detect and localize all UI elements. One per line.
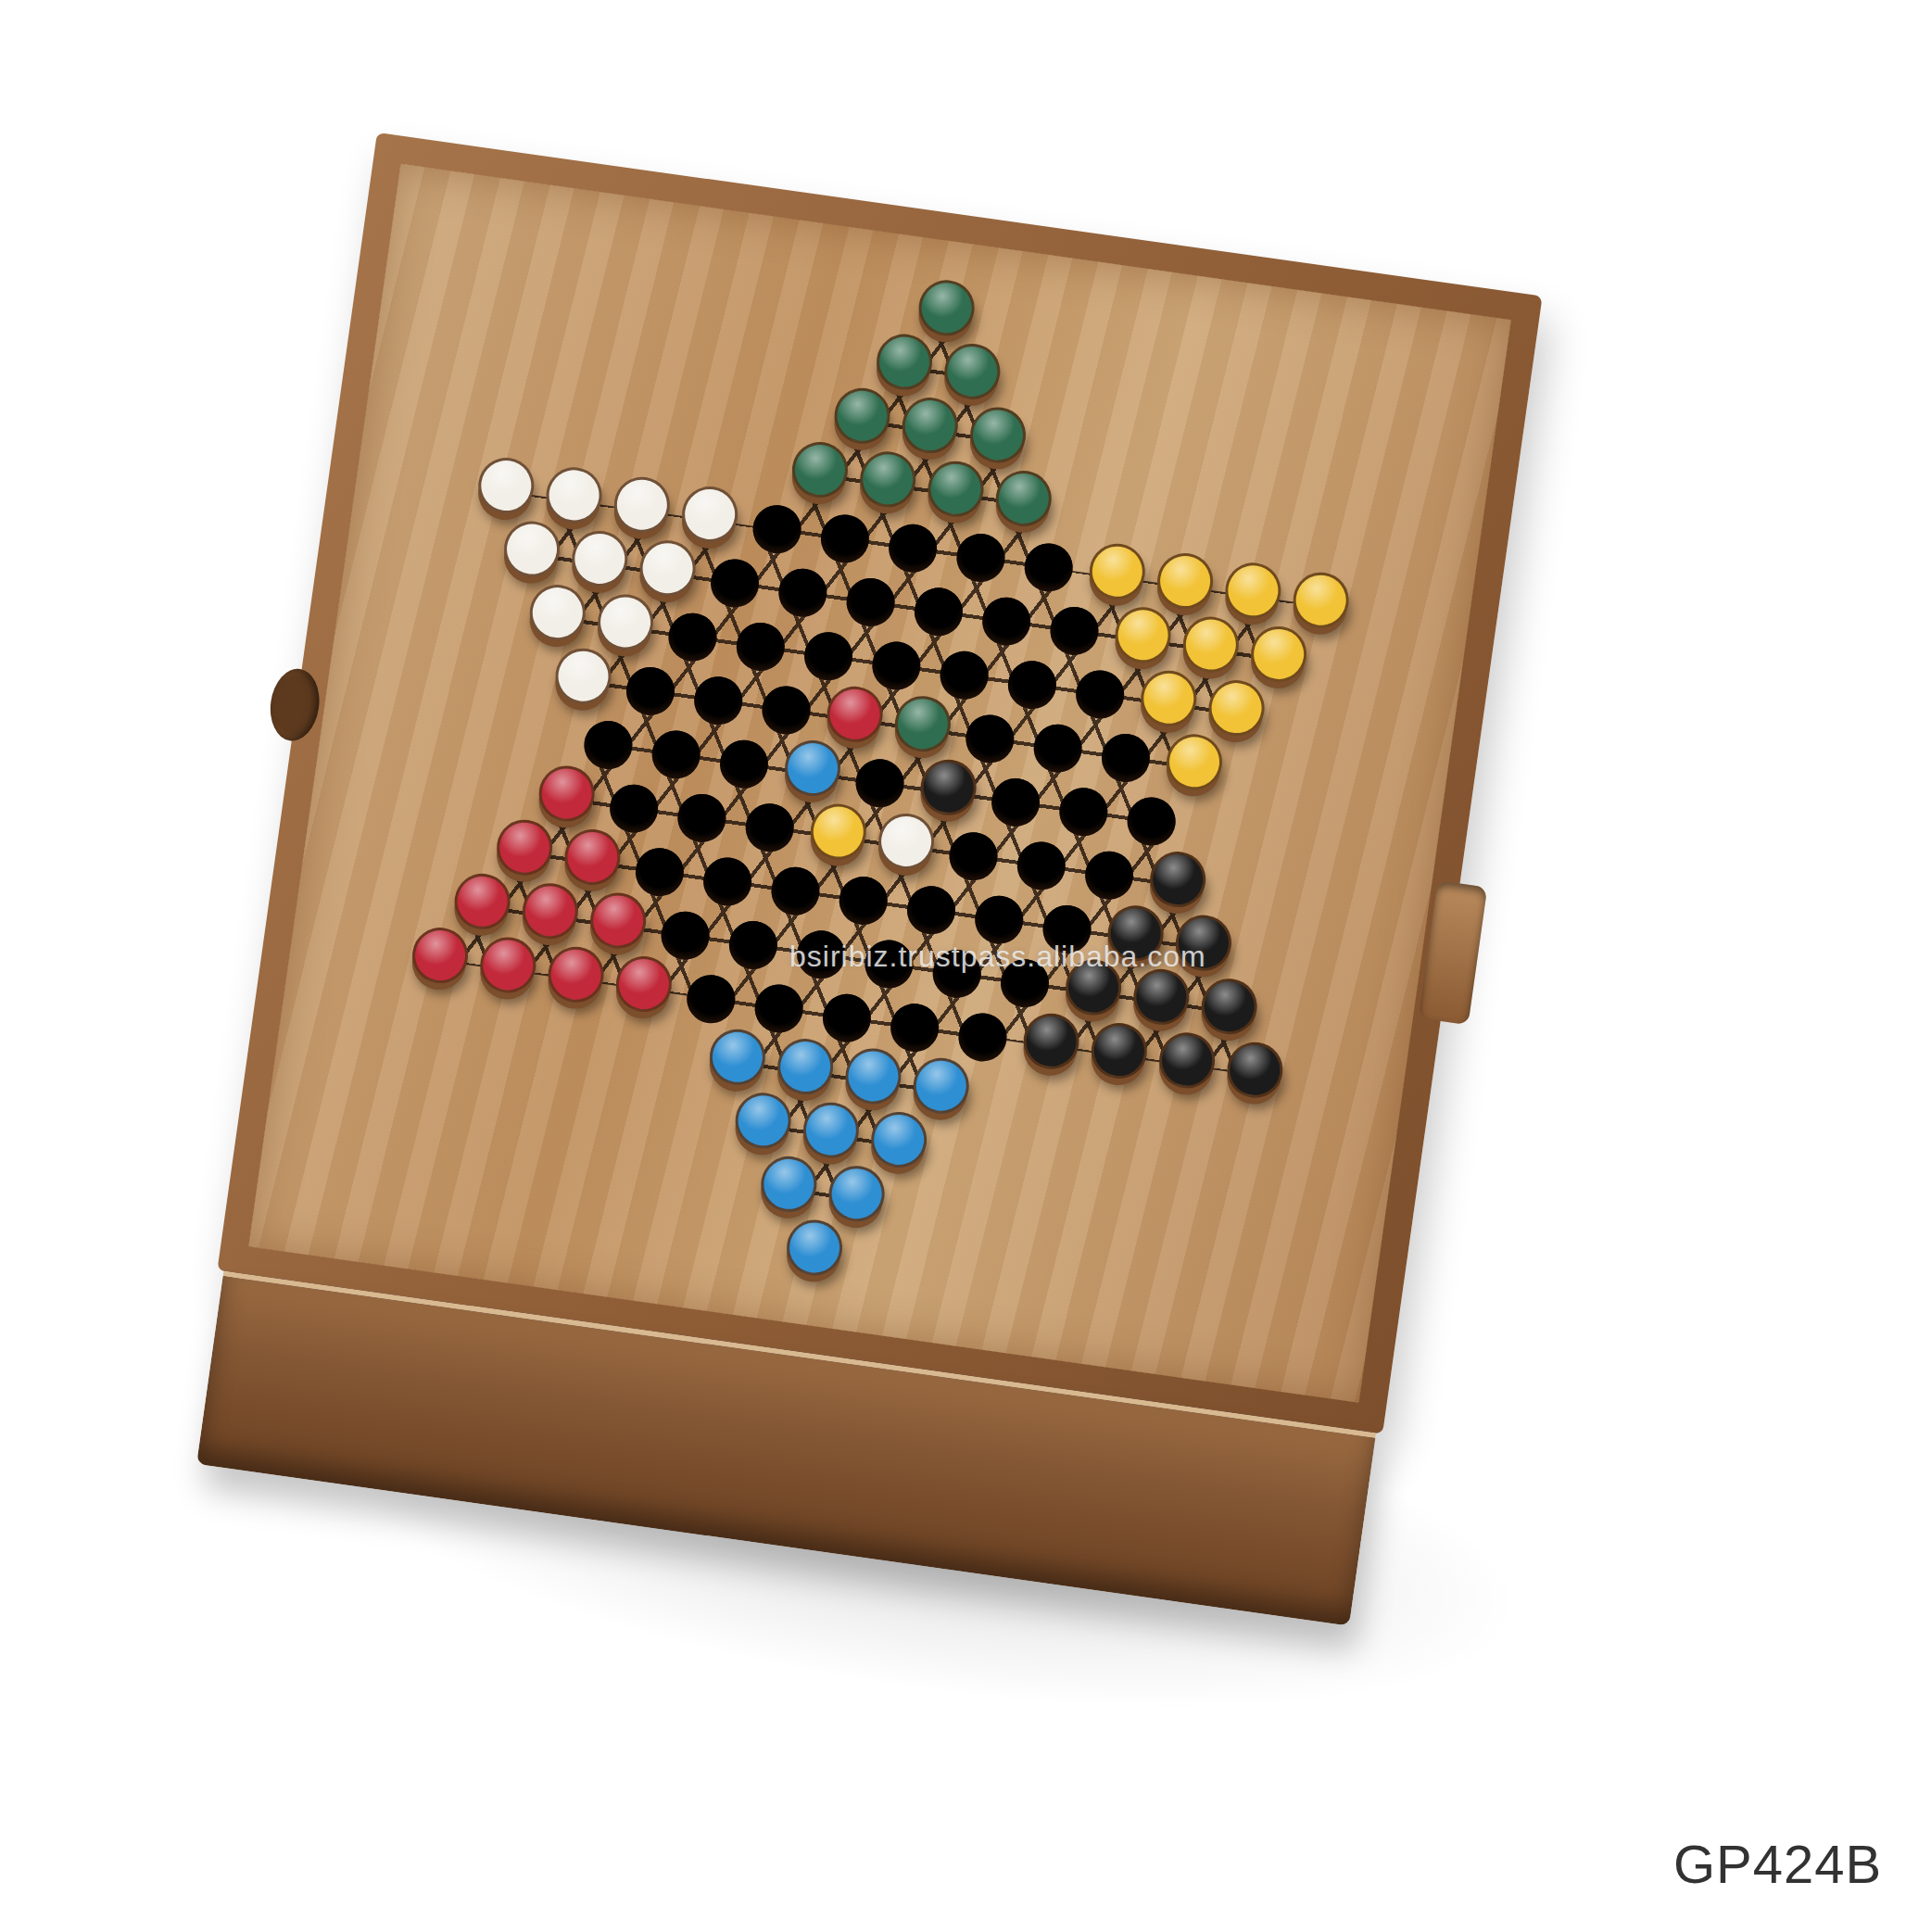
peg-yellow[interactable] <box>1112 603 1175 666</box>
lid-finger-notch-left <box>266 665 323 743</box>
peg-yellow[interactable] <box>1222 559 1285 622</box>
chinese-checkers-board <box>368 222 1391 1345</box>
board-cell <box>612 657 688 726</box>
board-cell <box>766 1038 842 1106</box>
peg-green[interactable] <box>856 448 919 511</box>
board-cell <box>536 466 612 535</box>
board-hole[interactable] <box>955 1010 1010 1065</box>
peg-yellow[interactable] <box>1205 676 1268 739</box>
board-cell <box>942 524 1018 592</box>
board-cell <box>706 730 782 799</box>
peg-blue[interactable] <box>732 1089 795 1152</box>
peg-blue[interactable] <box>867 1108 930 1171</box>
board-hole[interactable] <box>801 629 856 684</box>
peg-black[interactable] <box>1155 1029 1218 1092</box>
board-cell <box>841 749 917 817</box>
peg-green[interactable] <box>873 331 936 394</box>
board-cell <box>467 457 543 525</box>
board-cell <box>596 775 672 843</box>
board-hole[interactable] <box>1014 839 1068 893</box>
board-hole[interactable] <box>888 1001 942 1055</box>
board-hole[interactable] <box>852 756 907 811</box>
board-hole[interactable] <box>1047 604 1102 659</box>
board-cell <box>902 1057 978 1126</box>
product-code-label: GP424B <box>1673 1833 1882 1895</box>
board-cell <box>826 866 902 935</box>
peg-red[interactable] <box>476 934 539 997</box>
board-hole[interactable] <box>581 718 636 773</box>
board-hole[interactable] <box>946 829 1001 884</box>
board-cell <box>833 568 909 637</box>
board-cell <box>776 1219 852 1287</box>
board-cell <box>1139 851 1215 919</box>
peg-blue[interactable] <box>783 1217 846 1280</box>
board-hole[interactable] <box>733 620 788 675</box>
board-cell <box>680 666 756 735</box>
watermark-text: bsiribiz.trustpass.alibaba.com <box>789 940 1206 974</box>
board-cell <box>697 549 773 618</box>
board-cell <box>603 476 679 545</box>
board-cell <box>994 650 1070 719</box>
board-hole[interactable] <box>1099 731 1154 786</box>
board-cell <box>1214 562 1290 630</box>
board-cell <box>493 521 569 589</box>
board-hole[interactable] <box>979 594 1034 649</box>
board-hole[interactable] <box>818 511 873 566</box>
board-cell <box>1088 724 1164 792</box>
peg-green[interactable] <box>891 692 954 755</box>
board-cell <box>1172 616 1248 685</box>
peg-blue[interactable] <box>774 1035 837 1098</box>
board-cell <box>1003 832 1079 901</box>
board-cell <box>725 1092 801 1160</box>
board-cell <box>738 495 814 563</box>
board-cell <box>587 594 663 663</box>
board-cell <box>792 1102 868 1170</box>
peg-red[interactable] <box>536 763 599 826</box>
board-hole[interactable] <box>886 521 940 575</box>
board-hole[interactable] <box>912 585 966 639</box>
peg-red[interactable] <box>519 879 582 942</box>
board-cell <box>1114 788 1190 856</box>
board-cell <box>671 486 747 554</box>
peg-green[interactable] <box>966 404 1029 467</box>
peg-green[interactable] <box>915 276 978 339</box>
board-hole[interactable] <box>843 575 898 630</box>
board-cell <box>809 984 885 1053</box>
board-cell <box>985 470 1061 538</box>
board-cell <box>860 1111 936 1180</box>
peg-black[interactable] <box>1088 1019 1151 1082</box>
peg-white[interactable] <box>500 518 563 581</box>
board-cell <box>511 882 587 951</box>
peg-white[interactable] <box>526 581 589 644</box>
game-box <box>190 133 1542 1627</box>
peg-red[interactable] <box>409 924 472 987</box>
board-cell <box>1036 597 1112 665</box>
peg-blue[interactable] <box>842 1045 905 1108</box>
board-cell <box>968 587 1044 656</box>
board-cell <box>629 539 705 608</box>
board-cell <box>818 1165 894 1233</box>
peg-green[interactable] <box>925 458 988 521</box>
board-hole[interactable] <box>1056 785 1111 840</box>
board-cell <box>750 1155 826 1224</box>
peg-white[interactable] <box>594 591 657 654</box>
board-hole[interactable] <box>700 854 755 909</box>
board-cell <box>790 622 866 690</box>
board-cell <box>748 676 824 745</box>
board-cell <box>1079 543 1155 612</box>
board-hole[interactable] <box>836 874 890 928</box>
board-cell <box>469 936 545 1004</box>
board-cell <box>875 514 951 583</box>
board-hole[interactable] <box>768 864 823 918</box>
peg-blue[interactable] <box>781 737 844 800</box>
board-cell <box>1045 777 1121 846</box>
peg-blue[interactable] <box>910 1054 973 1118</box>
board-cell <box>764 559 840 627</box>
peg-red[interactable] <box>493 816 556 879</box>
peg-green[interactable] <box>831 385 894 448</box>
board-cell <box>774 739 850 808</box>
board-cell <box>927 641 1003 710</box>
board-cell <box>638 721 714 789</box>
board-cell <box>715 911 791 979</box>
board-cell <box>663 784 739 852</box>
board-cell <box>1148 1031 1224 1100</box>
board-cell <box>935 822 1011 890</box>
board-cell <box>867 813 943 881</box>
board-cell <box>1071 841 1147 910</box>
board-cell <box>891 397 967 465</box>
board-hole[interactable] <box>742 801 797 855</box>
board-cell <box>1122 968 1198 1037</box>
board-cell <box>622 838 698 906</box>
board-cell <box>553 828 629 897</box>
board-cell <box>1080 1022 1156 1091</box>
peg-yellow[interactable] <box>1247 623 1310 686</box>
peg-black[interactable] <box>1224 1039 1287 1102</box>
peg-yellow[interactable] <box>1086 540 1149 603</box>
peg-red[interactable] <box>451 870 514 933</box>
board-cell <box>723 612 799 681</box>
peg-green[interactable] <box>992 467 1055 530</box>
board-cell <box>1062 661 1138 729</box>
board-cell <box>884 695 960 764</box>
board-cell <box>1216 1042 1292 1110</box>
board-cell <box>835 1048 911 1117</box>
board-hole[interactable] <box>1082 848 1137 903</box>
board-hole[interactable] <box>937 648 991 702</box>
board-cell <box>908 279 984 347</box>
board-hole[interactable] <box>665 610 720 664</box>
board-cell <box>800 803 876 872</box>
board-hole[interactable] <box>953 531 1008 586</box>
board-cell <box>978 768 1054 837</box>
peg-white[interactable] <box>637 537 700 600</box>
board-cell <box>741 975 817 1043</box>
board-hole[interactable] <box>675 791 729 846</box>
board-cell <box>605 955 681 1024</box>
board-cell <box>893 877 969 945</box>
peg-yellow[interactable] <box>1154 549 1217 612</box>
board-cell <box>1011 534 1087 602</box>
board-grid <box>368 222 1391 1345</box>
board-cell <box>959 407 1035 475</box>
peg-black[interactable] <box>1020 1010 1083 1073</box>
board-cell <box>537 946 613 1015</box>
peg-red[interactable] <box>824 683 887 746</box>
board-hole[interactable] <box>1124 794 1179 849</box>
peg-black[interactable] <box>917 756 980 819</box>
board-cell <box>401 927 477 995</box>
peg-blue[interactable] <box>706 1026 769 1089</box>
board-cell <box>1282 572 1358 640</box>
board-cell <box>858 632 934 701</box>
peg-red[interactable] <box>587 890 650 953</box>
board-cell <box>781 441 857 510</box>
peg-black[interactable] <box>1146 848 1209 911</box>
peg-blue[interactable] <box>826 1162 889 1225</box>
board-cell <box>561 530 637 599</box>
board-hole[interactable] <box>717 737 772 791</box>
board-cell <box>654 603 730 672</box>
peg-white[interactable] <box>678 483 741 546</box>
board-cell <box>699 1029 775 1097</box>
board-cell <box>1020 714 1096 783</box>
board-hole[interactable] <box>1005 658 1060 713</box>
board-hole[interactable] <box>759 683 814 738</box>
peg-white[interactable] <box>611 474 674 537</box>
board-cell <box>1130 670 1205 739</box>
board-cell <box>1198 679 1274 748</box>
board-cell <box>807 505 883 574</box>
board-cell <box>816 686 892 754</box>
board-hole[interactable] <box>708 556 763 611</box>
board-cell <box>917 461 993 529</box>
peg-red[interactable] <box>562 826 625 889</box>
peg-red[interactable] <box>612 953 675 1016</box>
peg-white[interactable] <box>552 645 615 708</box>
board-cell <box>570 711 646 779</box>
board-hole[interactable] <box>658 908 713 963</box>
board-cell <box>732 793 808 862</box>
peg-yellow[interactable] <box>1137 667 1200 730</box>
board-cell <box>757 857 833 926</box>
peg-black[interactable] <box>1198 975 1261 1038</box>
peg-yellow[interactable] <box>1163 730 1226 793</box>
board-surface <box>248 164 1510 1403</box>
board-hole[interactable] <box>684 972 738 1027</box>
board-cell <box>901 577 977 646</box>
board-cell <box>1104 606 1180 675</box>
peg-white[interactable] <box>543 463 606 526</box>
peg-white[interactable] <box>474 454 537 517</box>
board-cell <box>824 387 900 456</box>
board-cell <box>689 848 765 916</box>
peg-green[interactable] <box>940 340 1003 403</box>
board-cell <box>877 993 953 1062</box>
board-hole[interactable] <box>624 664 678 719</box>
board-cell <box>1155 733 1231 802</box>
peg-blue[interactable] <box>757 1153 820 1216</box>
board-hole[interactable] <box>1021 540 1076 595</box>
board-cell <box>444 873 520 941</box>
board-hole[interactable] <box>904 883 959 938</box>
peg-white[interactable] <box>875 810 938 873</box>
board-hole[interactable] <box>963 712 1017 766</box>
peg-black[interactable] <box>1130 966 1193 1029</box>
peg-yellow[interactable] <box>1180 613 1243 676</box>
board-cell <box>1146 552 1222 621</box>
board-hole[interactable] <box>751 981 806 1036</box>
board-cell <box>579 892 655 961</box>
board-hole[interactable] <box>633 845 688 900</box>
board-hole[interactable] <box>649 727 703 782</box>
peg-yellow[interactable] <box>807 801 870 864</box>
board-hole[interactable] <box>750 502 804 557</box>
product-photo: bsiribiz.trustpass.alibaba.com GP424B <box>0 0 1931 1932</box>
board-cell <box>1191 978 1267 1046</box>
board-hole[interactable] <box>820 991 875 1045</box>
board-cell <box>545 648 621 716</box>
board-hole[interactable] <box>1030 721 1085 776</box>
board-cell <box>952 705 1028 774</box>
board-hole[interactable] <box>869 638 924 693</box>
box-lid <box>217 133 1542 1434</box>
board-hole[interactable] <box>691 674 746 728</box>
board-cell <box>673 965 749 1033</box>
peg-green[interactable] <box>899 394 962 457</box>
board-cell <box>933 343 1009 411</box>
board-hole[interactable] <box>726 918 781 973</box>
peg-yellow[interactable] <box>1290 569 1353 632</box>
board-hole[interactable] <box>607 781 662 836</box>
peg-red[interactable] <box>545 943 608 1006</box>
peg-green[interactable] <box>789 438 852 501</box>
board-cell <box>849 450 925 519</box>
peg-white[interactable] <box>568 527 631 590</box>
peg-blue[interactable] <box>800 1099 863 1162</box>
board-cell <box>528 765 604 834</box>
board-hole[interactable] <box>1073 667 1128 722</box>
board-cell <box>519 584 595 652</box>
board-hole[interactable] <box>989 776 1043 830</box>
board-cell <box>865 334 941 402</box>
board-cell <box>1240 625 1316 694</box>
board-hole[interactable] <box>776 565 830 620</box>
board-cell <box>1013 1013 1089 1081</box>
board-cell <box>486 819 562 888</box>
board-cell <box>910 759 986 827</box>
board-cell <box>944 1004 1020 1072</box>
board-cell <box>648 902 724 970</box>
